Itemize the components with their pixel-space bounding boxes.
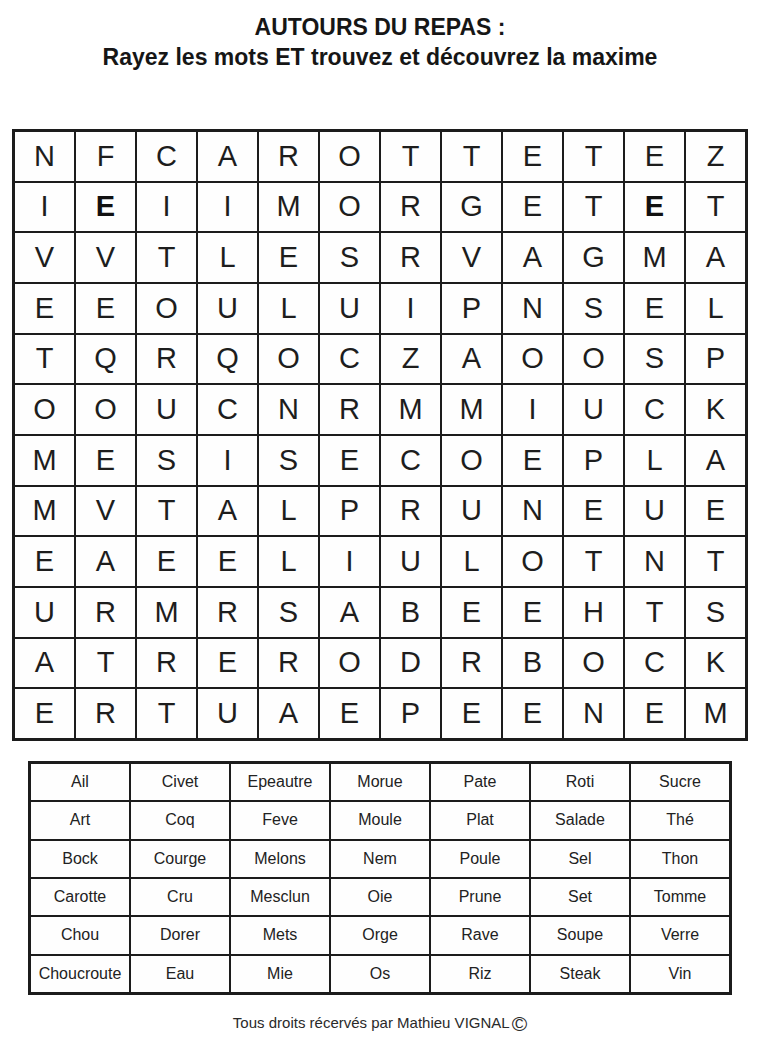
grid-cell-r12c9[interactable]: E [502,688,563,739]
word-cell-r5c5[interactable]: Rave [430,916,530,954]
word-cell-r3c5[interactable]: Poule [430,840,530,878]
grid-cell-r3c12[interactable]: A [685,232,746,283]
grid-cell-r11c5[interactable]: R [258,638,319,689]
grid-cell-r12c8[interactable]: E [441,688,502,739]
grid-cell-r10c10[interactable]: H [563,587,624,638]
word-cell-r5c3[interactable]: Mets [230,916,330,954]
word-cell-r4c6[interactable]: Set [530,878,630,916]
grid-cell-r6c3[interactable]: U [136,384,197,435]
grid-cell-r1c8[interactable]: T [441,131,502,182]
word-cell-r6c2[interactable]: Eau [130,955,230,993]
grid-cell-r9c4[interactable]: E [197,536,258,587]
puzzle-title: AUTOURS DU REPAS : Rayez les mots ET tro… [0,0,760,72]
grid-cell-r8c10[interactable]: E [563,486,624,537]
grid-cell-r5c11[interactable]: S [624,334,685,385]
title-line-2: Rayez les mots ET trouvez et découvrez l… [0,42,760,72]
grid-cell-r1c9[interactable]: E [502,131,563,182]
grid-cell-r9c10[interactable]: T [563,536,624,587]
word-cell-r2c3[interactable]: Feve [230,801,330,839]
grid-cell-r8c11[interactable]: U [624,486,685,537]
grid-cell-r7c9[interactable]: E [502,435,563,486]
grid-cell-r2c1[interactable]: I [14,182,75,233]
word-cell-r1c4[interactable]: Morue [330,763,430,801]
grid-cell-r3c6[interactable]: S [319,232,380,283]
word-cell-r2c6[interactable]: Salade [530,801,630,839]
grid-cell-r7c6[interactable]: E [319,435,380,486]
grid-cell-r1c7[interactable]: T [380,131,441,182]
grid-cell-r6c6[interactable]: R [319,384,380,435]
grid-cell-r2c3[interactable]: I [136,182,197,233]
word-cell-r3c4[interactable]: Nem [330,840,430,878]
grid-cell-r12c4[interactable]: U [197,688,258,739]
word-cell-r1c6[interactable]: Roti [530,763,630,801]
grid-cell-r6c5[interactable]: N [258,384,319,435]
grid-cell-r7c8[interactable]: O [441,435,502,486]
grid-cell-r5c12[interactable]: P [685,334,746,385]
word-cell-r2c4[interactable]: Moule [330,801,430,839]
grid-cell-r8c2[interactable]: V [75,486,136,537]
grid-cell-r8c7[interactable]: R [380,486,441,537]
grid-cell-r6c4[interactable]: C [197,384,258,435]
word-cell-r2c1[interactable]: Art [30,801,130,839]
grid-cell-r2c10[interactable]: T [563,182,624,233]
grid-cell-r9c1[interactable]: E [14,536,75,587]
grid-cell-r7c7[interactable]: C [380,435,441,486]
word-cell-r5c2[interactable]: Dorer [130,916,230,954]
grid-cell-r10c12[interactable]: S [685,587,746,638]
grid-cell-r10c6[interactable]: A [319,587,380,638]
word-cell-r1c3[interactable]: Epeautre [230,763,330,801]
grid-cell-r12c11[interactable]: E [624,688,685,739]
grid-cell-r6c9[interactable]: I [502,384,563,435]
grid-cell-r6c7[interactable]: M [380,384,441,435]
copyright-text: Tous droits récervés par Mathieu VIGNAL [233,1014,510,1031]
grid-cell-r7c11[interactable]: L [624,435,685,486]
grid-cell-r3c8[interactable]: V [441,232,502,283]
copyright-footer: Tous droits récervés par Mathieu VIGNAL© [0,1012,760,1036]
word-cell-r3c6[interactable]: Sel [530,840,630,878]
grid-cell-r2c4[interactable]: I [197,182,258,233]
word-cell-r4c7[interactable]: Tomme [630,878,730,916]
grid-cell-r11c9[interactable]: B [502,638,563,689]
grid-cell-r1c3[interactable]: C [136,131,197,182]
grid-cell-r7c12[interactable]: A [685,435,746,486]
grid-cell-r11c4[interactable]: E [197,638,258,689]
grid-cell-r4c10[interactable]: S [563,283,624,334]
word-cell-r3c2[interactable]: Courge [130,840,230,878]
word-cell-r1c7[interactable]: Sucre [630,763,730,801]
grid-cell-r11c7[interactable]: D [380,638,441,689]
grid-cell-r10c5[interactable]: S [258,587,319,638]
grid-cell-r3c10[interactable]: G [563,232,624,283]
grid-cell-r4c11[interactable]: E [624,283,685,334]
grid-cell-r5c8[interactable]: A [441,334,502,385]
grid-cell-r11c12[interactable]: K [685,638,746,689]
grid-cell-r3c7[interactable]: R [380,232,441,283]
grid-cell-r5c4[interactable]: Q [197,334,258,385]
grid-cell-r5c6[interactable]: C [319,334,380,385]
grid-cell-r12c12[interactable]: M [685,688,746,739]
grid-cell-r4c3[interactable]: O [136,283,197,334]
grid-cell-r5c2[interactable]: Q [75,334,136,385]
grid-cell-r2c9[interactable]: E [502,182,563,233]
grid-cell-r3c4[interactable]: L [197,232,258,283]
word-cell-r4c3[interactable]: Mesclun [230,878,330,916]
grid-cell-r11c10[interactable]: O [563,638,624,689]
word-cell-r6c6[interactable]: Steak [530,955,630,993]
grid-cell-r8c4[interactable]: A [197,486,258,537]
grid-cell-r3c3[interactable]: T [136,232,197,283]
word-cell-r5c4[interactable]: Orge [330,916,430,954]
word-cell-r6c7[interactable]: Vin [630,955,730,993]
grid-cell-r10c2[interactable]: R [75,587,136,638]
grid-cell-r10c11[interactable]: T [624,587,685,638]
word-cell-r4c2[interactable]: Cru [130,878,230,916]
word-cell-r5c7[interactable]: Verre [630,916,730,954]
grid-cell-r1c5[interactable]: R [258,131,319,182]
grid-cell-r6c11[interactable]: C [624,384,685,435]
grid-cell-r7c3[interactable]: S [136,435,197,486]
grid-cell-r8c9[interactable]: N [502,486,563,537]
grid-cell-r11c2[interactable]: T [75,638,136,689]
word-cell-r5c1[interactable]: Chou [30,916,130,954]
grid-cell-r2c5[interactable]: M [258,182,319,233]
word-cell-r6c5[interactable]: Riz [430,955,530,993]
grid-cell-r2c8[interactable]: G [441,182,502,233]
grid-cell-r9c3[interactable]: E [136,536,197,587]
grid-cell-r4c6[interactable]: U [319,283,380,334]
word-cell-r3c3[interactable]: Melons [230,840,330,878]
grid-cell-r6c8[interactable]: M [441,384,502,435]
word-cell-r6c3[interactable]: Mie [230,955,330,993]
word-cell-r6c1[interactable]: Choucroute [30,955,130,993]
grid-cell-r8c8[interactable]: U [441,486,502,537]
worksheet-page: AUTOURS DU REPAS : Rayez les mots ET tro… [0,0,760,1049]
word-cell-r5c6[interactable]: Soupe [530,916,630,954]
word-cell-r3c1[interactable]: Bock [30,840,130,878]
grid-cell-r3c11[interactable]: M [624,232,685,283]
grid-cell-r6c1[interactable]: O [14,384,75,435]
grid-cell-r9c12[interactable]: T [685,536,746,587]
grid-cell-r2c2[interactable]: E [75,182,136,233]
grid-cell-r12c5[interactable]: A [258,688,319,739]
grid-cell-r3c9[interactable]: A [502,232,563,283]
grid-cell-r10c1[interactable]: U [14,587,75,638]
grid-cell-r12c10[interactable]: N [563,688,624,739]
grid-cell-r4c1[interactable]: E [14,283,75,334]
grid-cell-r6c10[interactable]: U [563,384,624,435]
grid-cell-r1c6[interactable]: O [319,131,380,182]
grid-cell-r7c2[interactable]: E [75,435,136,486]
grid-cell-r4c12[interactable]: L [685,283,746,334]
grid-cell-r12c3[interactable]: T [136,688,197,739]
word-cell-r6c4[interactable]: Os [330,955,430,993]
copyright-icon: © [512,1012,527,1035]
word-cell-r3c7[interactable]: Thon [630,840,730,878]
grid-cell-r5c1[interactable]: T [14,334,75,385]
grid-cell-r1c1[interactable]: N [14,131,75,182]
grid-cell-r9c11[interactable]: N [624,536,685,587]
grid-cell-r4c9[interactable]: N [502,283,563,334]
grid-cell-r10c7[interactable]: B [380,587,441,638]
grid-cell-r7c5[interactable]: S [258,435,319,486]
grid-cell-r8c3[interactable]: T [136,486,197,537]
grid-cell-r2c6[interactable]: O [319,182,380,233]
grid-cell-r4c7[interactable]: I [380,283,441,334]
grid-cell-r11c6[interactable]: O [319,638,380,689]
grid-cell-r3c1[interactable]: V [14,232,75,283]
word-cell-r1c2[interactable]: Civet [130,763,230,801]
word-cell-r1c1[interactable]: Ail [30,763,130,801]
grid-cell-r9c8[interactable]: L [441,536,502,587]
grid-cell-r12c2[interactable]: R [75,688,136,739]
grid-cell-r3c5[interactable]: E [258,232,319,283]
grid-cell-r4c4[interactable]: U [197,283,258,334]
grid-cell-r8c12[interactable]: E [685,486,746,537]
grid-cell-r1c11[interactable]: E [624,131,685,182]
word-list-table: AilCivetEpeautreMoruePateRotiSucreArtCoq… [28,761,732,995]
word-cell-r4c5[interactable]: Prune [430,878,530,916]
grid-cell-r1c2[interactable]: F [75,131,136,182]
grid-cell-r12c7[interactable]: P [380,688,441,739]
grid-cell-r3c2[interactable]: V [75,232,136,283]
grid-cell-r10c8[interactable]: E [441,587,502,638]
grid-cell-r4c5[interactable]: L [258,283,319,334]
grid-cell-r1c10[interactable]: T [563,131,624,182]
grid-cell-r4c8[interactable]: P [441,283,502,334]
grid-cell-r1c12[interactable]: Z [685,131,746,182]
grid-cell-r5c5[interactable]: O [258,334,319,385]
grid-cell-r8c5[interactable]: L [258,486,319,537]
grid-cell-r5c7[interactable]: Z [380,334,441,385]
grid-cell-r10c4[interactable]: R [197,587,258,638]
grid-cell-r10c9[interactable]: E [502,587,563,638]
grid-cell-r8c1[interactable]: M [14,486,75,537]
grid-cell-r2c11[interactable]: E [624,182,685,233]
grid-cell-r10c3[interactable]: M [136,587,197,638]
grid-cell-r9c7[interactable]: U [380,536,441,587]
word-cell-r2c5[interactable]: Plat [430,801,530,839]
grid-cell-r12c1[interactable]: E [14,688,75,739]
grid-cell-r11c3[interactable]: R [136,638,197,689]
grid-cell-r11c11[interactable]: C [624,638,685,689]
grid-cell-r7c1[interactable]: M [14,435,75,486]
word-cell-r1c5[interactable]: Pate [430,763,530,801]
grid-cell-r5c9[interactable]: O [502,334,563,385]
grid-cell-r9c2[interactable]: A [75,536,136,587]
grid-cell-r7c10[interactable]: P [563,435,624,486]
title-line-1: AUTOURS DU REPAS : [0,12,760,42]
grid-cell-r12c6[interactable]: E [319,688,380,739]
grid-cell-r5c10[interactable]: O [563,334,624,385]
grid-cell-r7c4[interactable]: I [197,435,258,486]
word-cell-r4c1[interactable]: Carotte [30,878,130,916]
grid-cell-r11c1[interactable]: A [14,638,75,689]
grid-cell-r9c9[interactable]: O [502,536,563,587]
grid-cell-r9c6[interactable]: I [319,536,380,587]
grid-cell-r4c2[interactable]: E [75,283,136,334]
grid-cell-r8c6[interactable]: P [319,486,380,537]
grid-cell-r6c2[interactable]: O [75,384,136,435]
grid-cell-r9c5[interactable]: L [258,536,319,587]
word-cell-r2c7[interactable]: Thé [630,801,730,839]
word-cell-r4c4[interactable]: Oie [330,878,430,916]
grid-cell-r2c12[interactable]: T [685,182,746,233]
grid-cell-r1c4[interactable]: A [197,131,258,182]
word-cell-r2c2[interactable]: Coq [130,801,230,839]
grid-cell-r5c3[interactable]: R [136,334,197,385]
letter-grid: NFCAROTTETEZIEIIMORGETETVVTLESRVAGMAEEOU… [12,129,748,741]
grid-cell-r2c7[interactable]: R [380,182,441,233]
grid-cell-r6c12[interactable]: K [685,384,746,435]
grid-cell-r11c8[interactable]: R [441,638,502,689]
